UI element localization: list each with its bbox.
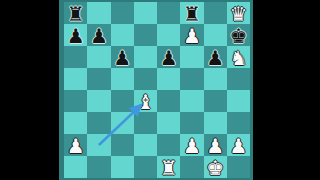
square-d1[interactable]: [134, 156, 157, 178]
square-e8[interactable]: [157, 2, 180, 24]
square-a2[interactable]: ♟: [64, 134, 87, 156]
square-b6[interactable]: [87, 46, 110, 68]
square-d8[interactable]: [134, 2, 157, 24]
square-e1[interactable]: ♜: [157, 156, 180, 178]
square-f5[interactable]: [180, 68, 203, 90]
white-pawn[interactable]: ♟: [206, 136, 224, 156]
square-g8[interactable]: [204, 2, 227, 24]
square-a4[interactable]: [64, 90, 87, 112]
square-b1[interactable]: [87, 156, 110, 178]
square-a8[interactable]: ♜: [64, 2, 87, 24]
square-h2[interactable]: ♟: [227, 134, 250, 156]
square-g4[interactable]: [204, 90, 227, 112]
square-b7[interactable]: ♟: [87, 24, 110, 46]
white-queen[interactable]: ♛: [229, 4, 247, 24]
square-g3[interactable]: [204, 112, 227, 134]
square-b3[interactable]: [87, 112, 110, 134]
white-rook[interactable]: ♜: [160, 158, 178, 178]
square-a1[interactable]: [64, 156, 87, 178]
square-b8[interactable]: [87, 2, 110, 24]
square-f8[interactable]: ♜: [180, 2, 203, 24]
square-h3[interactable]: [227, 112, 250, 134]
square-c3[interactable]: [111, 112, 134, 134]
square-g1[interactable]: ♚: [204, 156, 227, 178]
square-c6[interactable]: ♟: [111, 46, 134, 68]
square-h4[interactable]: [227, 90, 250, 112]
square-a6[interactable]: [64, 46, 87, 68]
square-h5[interactable]: [227, 68, 250, 90]
square-d5[interactable]: [134, 68, 157, 90]
square-h7[interactable]: ♚: [227, 24, 250, 46]
square-e7[interactable]: [157, 24, 180, 46]
square-g2[interactable]: ♟: [204, 134, 227, 156]
square-e3[interactable]: [157, 112, 180, 134]
square-c7[interactable]: [111, 24, 134, 46]
square-e5[interactable]: [157, 68, 180, 90]
square-a5[interactable]: [64, 68, 87, 90]
square-a7[interactable]: ♟: [64, 24, 87, 46]
right-black-bar: [253, 0, 320, 180]
square-g7[interactable]: [204, 24, 227, 46]
white-knight[interactable]: ♞: [229, 48, 247, 68]
black-rook[interactable]: ♜: [183, 4, 201, 24]
square-g6[interactable]: ♟: [204, 46, 227, 68]
square-d3[interactable]: [134, 112, 157, 134]
square-f1[interactable]: [180, 156, 203, 178]
square-h6[interactable]: ♞: [227, 46, 250, 68]
square-h1[interactable]: [227, 156, 250, 178]
black-pawn[interactable]: ♟: [160, 48, 178, 68]
square-e4[interactable]: [157, 90, 180, 112]
square-d7[interactable]: [134, 24, 157, 46]
square-d4[interactable]: ♝: [134, 90, 157, 112]
white-pawn[interactable]: ♟: [229, 136, 247, 156]
white-king[interactable]: ♚: [206, 158, 224, 178]
black-pawn[interactable]: ♟: [90, 26, 108, 46]
square-f3[interactable]: [180, 112, 203, 134]
white-bishop[interactable]: ♝: [136, 92, 154, 112]
square-c4[interactable]: [111, 90, 134, 112]
white-pawn[interactable]: ♟: [183, 136, 201, 156]
board-grid: ♜♜♛♟♟♟♚♟♟♟♞♝♟♟♟♟♜♚: [64, 2, 250, 178]
square-f4[interactable]: [180, 90, 203, 112]
square-c5[interactable]: [111, 68, 134, 90]
square-c8[interactable]: [111, 2, 134, 24]
black-pawn[interactable]: ♟: [206, 48, 224, 68]
square-e2[interactable]: [157, 134, 180, 156]
left-black-bar: [0, 0, 59, 180]
black-rook[interactable]: ♜: [67, 4, 85, 24]
square-g5[interactable]: [204, 68, 227, 90]
square-a3[interactable]: [64, 112, 87, 134]
square-f6[interactable]: [180, 46, 203, 68]
black-pawn[interactable]: ♟: [113, 48, 131, 68]
square-b4[interactable]: [87, 90, 110, 112]
square-c1[interactable]: [111, 156, 134, 178]
white-pawn[interactable]: ♟: [183, 26, 201, 46]
black-pawn[interactable]: ♟: [67, 26, 85, 46]
square-e6[interactable]: ♟: [157, 46, 180, 68]
square-d2[interactable]: [134, 134, 157, 156]
square-b2[interactable]: [87, 134, 110, 156]
square-h8[interactable]: ♛: [227, 2, 250, 24]
square-c2[interactable]: [111, 134, 134, 156]
square-d6[interactable]: [134, 46, 157, 68]
square-f2[interactable]: ♟: [180, 134, 203, 156]
video-frame: ♜♜♛♟♟♟♚♟♟♟♞♝♟♟♟♟♜♚: [0, 0, 320, 180]
white-pawn[interactable]: ♟: [67, 136, 85, 156]
square-b5[interactable]: [87, 68, 110, 90]
chess-board: ♜♜♛♟♟♟♚♟♟♟♞♝♟♟♟♟♜♚: [59, 0, 253, 180]
black-king[interactable]: ♚: [229, 26, 247, 46]
square-f7[interactable]: ♟: [180, 24, 203, 46]
